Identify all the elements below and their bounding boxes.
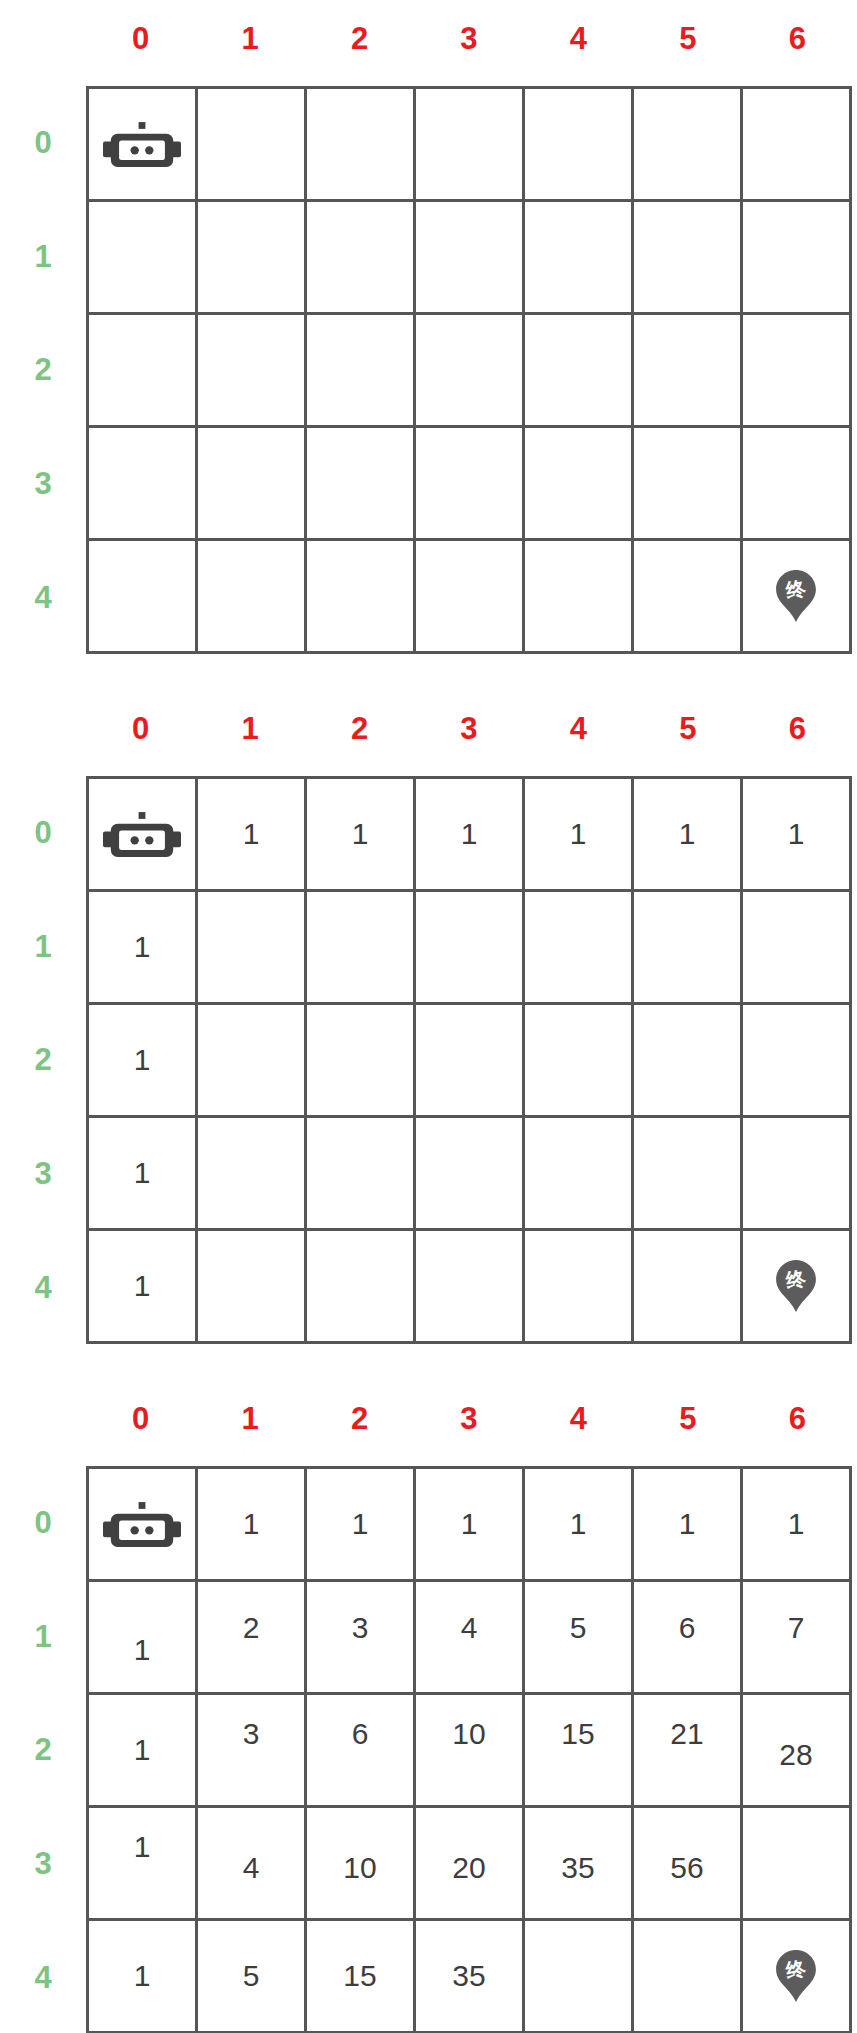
grid-stage-1-empty: 终 xyxy=(86,86,852,654)
destination-pin-icon: 终 xyxy=(775,1259,817,1313)
cell-r4c2 xyxy=(307,541,413,651)
cell-r1c1 xyxy=(198,202,304,312)
cell-value: 1 xyxy=(134,1961,151,1991)
cell-r3c4 xyxy=(525,1118,631,1228)
cell-r3c5 xyxy=(634,1118,740,1228)
row-headers-stage-2-init-edges: 01234 xyxy=(0,776,86,1344)
cell-r0c3: 1 xyxy=(416,779,522,889)
cell-value: 10 xyxy=(343,1853,376,1883)
col-header-2: 2 xyxy=(305,713,414,744)
destination-pin-icon: 终 xyxy=(775,569,817,623)
cell-r0c6: 1 xyxy=(743,1469,849,1579)
cell-r1c0 xyxy=(89,202,195,312)
cell-r3c3 xyxy=(416,1118,522,1228)
row-header-0: 0 xyxy=(0,86,86,200)
cell-r1c6: 7 xyxy=(743,1582,849,1692)
row-headers-stage-1-empty: 01234 xyxy=(0,86,86,654)
cell-r0c1: 1 xyxy=(198,779,304,889)
destination-label: 终 xyxy=(783,1957,808,1982)
cell-r0c4: 1 xyxy=(525,779,631,889)
cell-value: 1 xyxy=(570,819,587,849)
cell-r3c3 xyxy=(416,428,522,538)
cell-r3c2 xyxy=(307,1118,413,1228)
cell-r4c3: 35 xyxy=(416,1921,522,2031)
cell-r1c4: 5 xyxy=(525,1582,631,1692)
cell-value: 1 xyxy=(134,1635,151,1665)
cell-r2c6 xyxy=(743,315,849,425)
cell-r2c6: 28 xyxy=(743,1695,849,1805)
cell-r3c0: 1 xyxy=(89,1808,195,1918)
cell-r1c3 xyxy=(416,892,522,1002)
cell-r3c0 xyxy=(89,428,195,538)
cell-r4c1 xyxy=(198,1231,304,1341)
cell-r1c5 xyxy=(634,892,740,1002)
row-header-2: 2 xyxy=(0,313,86,427)
cell-r1c1 xyxy=(198,892,304,1002)
cell-r1c4 xyxy=(525,892,631,1002)
cell-r1c4 xyxy=(525,202,631,312)
cell-r0c1: 1 xyxy=(198,1469,304,1579)
cell-value: 56 xyxy=(670,1853,703,1883)
cell-r0c0 xyxy=(89,89,195,199)
cell-r4c5 xyxy=(634,1231,740,1341)
cell-r4c4 xyxy=(525,541,631,651)
cell-r3c1 xyxy=(198,428,304,538)
cell-r1c2 xyxy=(307,892,413,1002)
cell-r1c3 xyxy=(416,202,522,312)
robot-icon xyxy=(103,122,181,167)
robot-icon xyxy=(103,1502,181,1547)
grid-stage-2-init-edges: 1111111111终 xyxy=(86,776,852,1344)
destination-label: 终 xyxy=(783,577,808,602)
cell-r0c5: 1 xyxy=(634,779,740,889)
cell-r0c2: 1 xyxy=(307,779,413,889)
cell-r1c2: 3 xyxy=(307,1582,413,1692)
cell-value: 7 xyxy=(788,1613,805,1643)
cell-value: 15 xyxy=(561,1719,594,1749)
cell-value: 35 xyxy=(452,1961,485,1991)
cell-r4c6: 终 xyxy=(743,541,849,651)
cell-r3c5: 56 xyxy=(634,1808,740,1918)
cell-r1c0: 1 xyxy=(89,1582,195,1692)
cell-r0c5: 1 xyxy=(634,1469,740,1579)
cell-value: 2 xyxy=(243,1613,260,1643)
cell-r4c0 xyxy=(89,541,195,651)
cell-r2c1: 3 xyxy=(198,1695,304,1805)
col-header-1: 1 xyxy=(195,23,304,54)
row-header-0: 0 xyxy=(0,776,86,890)
row-header-2: 2 xyxy=(0,1693,86,1807)
cell-value: 1 xyxy=(243,1509,260,1539)
cell-value: 21 xyxy=(670,1719,703,1749)
cell-value: 1 xyxy=(788,1509,805,1539)
cell-r3c2 xyxy=(307,428,413,538)
cell-r2c0: 1 xyxy=(89,1695,195,1805)
cell-r3c6 xyxy=(743,1118,849,1228)
cell-r0c6: 1 xyxy=(743,779,849,889)
cell-r4c2 xyxy=(307,1231,413,1341)
col-header-3: 3 xyxy=(414,23,523,54)
col-header-0: 0 xyxy=(86,1403,195,1434)
grid-stage-3-dp-filled: 1111111234567136101521281410203556151535… xyxy=(86,1466,852,2033)
col-header-4: 4 xyxy=(524,23,633,54)
col-header-3: 3 xyxy=(414,1403,523,1434)
cell-r3c2: 10 xyxy=(307,1808,413,1918)
col-header-0: 0 xyxy=(86,713,195,744)
cell-value: 1 xyxy=(134,932,151,962)
cell-value: 1 xyxy=(679,1509,696,1539)
cell-value: 1 xyxy=(243,819,260,849)
cell-r2c2 xyxy=(307,315,413,425)
row-header-1: 1 xyxy=(0,890,86,1004)
row-header-4: 4 xyxy=(0,1230,86,1344)
row-header-1: 1 xyxy=(0,1580,86,1694)
row-headers-stage-3-dp-filled: 01234 xyxy=(0,1466,86,2033)
cell-value: 3 xyxy=(352,1613,369,1643)
cell-value: 1 xyxy=(788,819,805,849)
cell-r3c4: 35 xyxy=(525,1808,631,1918)
cell-r1c0: 1 xyxy=(89,892,195,1002)
cell-r0c4: 1 xyxy=(525,1469,631,1579)
cell-r0c5 xyxy=(634,89,740,199)
cell-r3c5 xyxy=(634,428,740,538)
cell-value: 28 xyxy=(779,1740,812,1770)
col-header-1: 1 xyxy=(195,1403,304,1434)
cell-r4c6: 终 xyxy=(743,1921,849,2031)
cell-r4c4 xyxy=(525,1921,631,2031)
cell-value: 6 xyxy=(679,1613,696,1643)
cell-value: 1 xyxy=(134,1158,151,1188)
cell-r3c1 xyxy=(198,1118,304,1228)
cell-value: 10 xyxy=(452,1719,485,1749)
cell-value: 1 xyxy=(352,819,369,849)
cell-r1c3: 4 xyxy=(416,1582,522,1692)
col-header-0: 0 xyxy=(86,23,195,54)
cell-r4c5 xyxy=(634,541,740,651)
cell-r2c2: 6 xyxy=(307,1695,413,1805)
cell-r2c6 xyxy=(743,1005,849,1115)
cell-value: 1 xyxy=(679,819,696,849)
cell-r4c0: 1 xyxy=(89,1921,195,2031)
cell-r2c4: 15 xyxy=(525,1695,631,1805)
cell-value: 1 xyxy=(134,1045,151,1075)
cell-r2c4 xyxy=(525,315,631,425)
column-headers-stage-3-dp-filled: 0123456 xyxy=(86,1396,852,1440)
board-stage-2-init-edges: 0123456012341111111111终 xyxy=(0,706,857,1344)
col-header-6: 6 xyxy=(743,23,852,54)
column-headers-stage-1-empty: 0123456 xyxy=(86,16,852,60)
cell-value: 4 xyxy=(243,1853,260,1883)
cell-r2c3: 10 xyxy=(416,1695,522,1805)
cell-r2c1 xyxy=(198,1005,304,1115)
cell-value: 5 xyxy=(243,1961,260,1991)
cell-r4c6: 终 xyxy=(743,1231,849,1341)
cell-r0c3 xyxy=(416,89,522,199)
cell-r4c2: 15 xyxy=(307,1921,413,2031)
row-header-4: 4 xyxy=(0,540,86,654)
col-header-6: 6 xyxy=(743,1403,852,1434)
col-header-2: 2 xyxy=(305,1403,414,1434)
row-header-3: 3 xyxy=(0,427,86,541)
board-stage-3-dp-filled: 0123456012341111111234567136101521281410… xyxy=(0,1396,857,2033)
cell-r0c0 xyxy=(89,779,195,889)
row-header-4: 4 xyxy=(0,1920,86,2033)
row-header-3: 3 xyxy=(0,1117,86,1231)
cell-value: 1 xyxy=(134,1735,151,1765)
cell-r0c2: 1 xyxy=(307,1469,413,1579)
cell-r4c4 xyxy=(525,1231,631,1341)
col-header-5: 5 xyxy=(633,1403,742,1434)
cell-value: 1 xyxy=(134,1832,151,1862)
col-header-5: 5 xyxy=(633,23,742,54)
destination-label: 终 xyxy=(783,1267,808,1292)
cell-r4c1 xyxy=(198,541,304,651)
cell-r4c5 xyxy=(634,1921,740,2031)
cell-r1c5 xyxy=(634,202,740,312)
unique-paths-dp-figure: 012345601234终0123456012341111111111终0123… xyxy=(0,16,857,2033)
cell-r0c2 xyxy=(307,89,413,199)
cell-r2c1 xyxy=(198,315,304,425)
cell-r4c3 xyxy=(416,541,522,651)
cell-r2c2 xyxy=(307,1005,413,1115)
row-header-2: 2 xyxy=(0,1003,86,1117)
destination-pin-icon: 终 xyxy=(775,1949,817,2003)
col-header-5: 5 xyxy=(633,713,742,744)
cell-r4c3 xyxy=(416,1231,522,1341)
cell-r0c1 xyxy=(198,89,304,199)
col-header-4: 4 xyxy=(524,1403,633,1434)
cell-value: 3 xyxy=(243,1719,260,1749)
cell-r2c0: 1 xyxy=(89,1005,195,1115)
row-header-0: 0 xyxy=(0,1466,86,1580)
cell-value: 15 xyxy=(343,1961,376,1991)
column-headers-stage-2-init-edges: 0123456 xyxy=(86,706,852,750)
cell-r2c5: 21 xyxy=(634,1695,740,1805)
col-header-2: 2 xyxy=(305,23,414,54)
cell-r3c0: 1 xyxy=(89,1118,195,1228)
cell-r3c6 xyxy=(743,1808,849,1918)
cell-value: 4 xyxy=(461,1613,478,1643)
cell-r0c4 xyxy=(525,89,631,199)
col-header-6: 6 xyxy=(743,713,852,744)
cell-r2c3 xyxy=(416,1005,522,1115)
cell-r0c0 xyxy=(89,1469,195,1579)
cell-r3c3: 20 xyxy=(416,1808,522,1918)
cell-r2c5 xyxy=(634,315,740,425)
cell-r2c5 xyxy=(634,1005,740,1115)
col-header-3: 3 xyxy=(414,713,523,744)
cell-value: 5 xyxy=(570,1613,587,1643)
cell-r1c2 xyxy=(307,202,413,312)
cell-value: 1 xyxy=(352,1509,369,1539)
cell-r3c6 xyxy=(743,428,849,538)
cell-r2c0 xyxy=(89,315,195,425)
cell-r1c6 xyxy=(743,202,849,312)
cell-r4c1: 5 xyxy=(198,1921,304,2031)
cell-r1c1: 2 xyxy=(198,1582,304,1692)
robot-icon xyxy=(103,812,181,857)
cell-r2c4 xyxy=(525,1005,631,1115)
cell-r1c6 xyxy=(743,892,849,1002)
row-header-3: 3 xyxy=(0,1807,86,1921)
cell-r3c1: 4 xyxy=(198,1808,304,1918)
cell-value: 1 xyxy=(134,1271,151,1301)
board-stage-1-empty: 012345601234终 xyxy=(0,16,857,654)
col-header-1: 1 xyxy=(195,713,304,744)
cell-value: 1 xyxy=(570,1509,587,1539)
cell-r3c4 xyxy=(525,428,631,538)
cell-value: 35 xyxy=(561,1853,594,1883)
cell-r0c3: 1 xyxy=(416,1469,522,1579)
col-header-4: 4 xyxy=(524,713,633,744)
row-header-1: 1 xyxy=(0,200,86,314)
cell-r2c3 xyxy=(416,315,522,425)
cell-r1c5: 6 xyxy=(634,1582,740,1692)
cell-value: 6 xyxy=(352,1719,369,1749)
cell-value: 20 xyxy=(452,1853,485,1883)
cell-value: 1 xyxy=(461,819,478,849)
cell-value: 1 xyxy=(461,1509,478,1539)
cell-r4c0: 1 xyxy=(89,1231,195,1341)
cell-r0c6 xyxy=(743,89,849,199)
